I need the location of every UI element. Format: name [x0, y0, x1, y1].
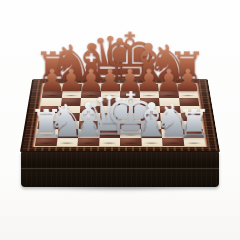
- storage-box-base: [21, 151, 219, 187]
- chess-set-product-photo: ♜♞♝♛♚♝♞♜♟♟♟♟♟♟♟♟♟♟♟♟♟♟♟♟♜♞♝♛♚♝♞♜: [0, 0, 240, 240]
- black-pawn-glyph: ♟: [174, 65, 202, 96]
- pieces-layer: ♜♞♝♛♚♝♞♜♟♟♟♟♟♟♟♟♟♟♟♟♟♟♟♟♜♞♝♛♚♝♞♜: [20, 79, 220, 152]
- box-lid-seam: [21, 167, 219, 170]
- chess-board-3d: ♜♞♝♛♚♝♞♜♟♟♟♟♟♟♟♟♟♟♟♟♟♟♟♟♜♞♝♛♚♝♞♜: [20, 79, 220, 152]
- white-rook-glyph: ♜: [176, 104, 211, 143]
